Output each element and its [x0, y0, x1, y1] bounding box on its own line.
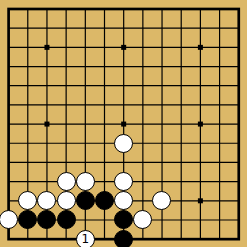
intersection-D11[interactable] [57, 38, 76, 57]
black-stone-G1[interactable] [114, 230, 133, 247]
intersection-L1[interactable] [191, 229, 210, 247]
intersection-J11[interactable] [152, 38, 171, 57]
intersection-J4[interactable] [152, 172, 171, 191]
intersection-F9[interactable] [95, 76, 114, 95]
intersection-N1[interactable] [229, 229, 247, 247]
intersection-K2[interactable] [172, 210, 191, 229]
intersection-K11[interactable] [172, 38, 191, 57]
intersection-G13[interactable] [114, 0, 133, 19]
intersection-N7[interactable] [229, 114, 247, 133]
intersection-F6[interactable] [95, 134, 114, 153]
intersection-M1[interactable] [210, 229, 229, 247]
black-stone-G2[interactable] [114, 210, 133, 229]
intersection-J8[interactable] [152, 95, 171, 114]
intersection-L10[interactable] [191, 57, 210, 76]
intersection-J3[interactable] [152, 191, 171, 210]
black-stone-B2[interactable] [18, 210, 37, 229]
intersection-A2[interactable] [0, 210, 18, 229]
intersection-B6[interactable] [18, 134, 37, 153]
intersection-G12[interactable] [114, 19, 133, 38]
intersection-K1[interactable] [172, 229, 191, 247]
intersection-D5[interactable] [57, 153, 76, 172]
intersection-K7[interactable] [172, 114, 191, 133]
intersection-E9[interactable] [76, 76, 95, 95]
intersection-B7[interactable] [18, 114, 37, 133]
intersection-N2[interactable] [229, 210, 247, 229]
white-stone-G4[interactable] [114, 172, 133, 191]
intersection-G11[interactable] [114, 38, 133, 57]
intersection-G10[interactable] [114, 57, 133, 76]
intersection-F7[interactable] [95, 114, 114, 133]
intersection-D1[interactable] [57, 229, 76, 247]
intersection-D13[interactable] [57, 0, 76, 19]
intersection-L9[interactable] [191, 76, 210, 95]
intersection-E10[interactable] [76, 57, 95, 76]
intersection-C10[interactable] [37, 57, 56, 76]
intersection-H13[interactable] [133, 0, 152, 19]
intersection-D9[interactable] [57, 76, 76, 95]
intersection-A11[interactable] [0, 38, 18, 57]
intersection-F10[interactable] [95, 57, 114, 76]
intersection-H8[interactable] [133, 95, 152, 114]
intersection-L8[interactable] [191, 95, 210, 114]
intersection-N5[interactable] [229, 153, 247, 172]
intersection-M13[interactable] [210, 0, 229, 19]
intersection-C6[interactable] [37, 134, 56, 153]
intersection-B3[interactable] [18, 191, 37, 210]
intersection-F5[interactable] [95, 153, 114, 172]
intersection-J13[interactable] [152, 0, 171, 19]
intersection-H10[interactable] [133, 57, 152, 76]
intersection-J7[interactable] [152, 114, 171, 133]
intersection-K3[interactable] [172, 191, 191, 210]
intersection-M7[interactable] [210, 114, 229, 133]
intersection-M6[interactable] [210, 134, 229, 153]
intersection-D10[interactable] [57, 57, 76, 76]
intersection-F1[interactable] [95, 229, 114, 247]
intersection-C11[interactable] [37, 38, 56, 57]
intersection-M3[interactable] [210, 191, 229, 210]
intersection-C9[interactable] [37, 76, 56, 95]
black-stone-E3[interactable] [76, 191, 95, 210]
intersection-G5[interactable] [114, 153, 133, 172]
intersection-K4[interactable] [172, 172, 191, 191]
intersection-L2[interactable] [191, 210, 210, 229]
intersection-L11[interactable] [191, 38, 210, 57]
intersection-H3[interactable] [133, 191, 152, 210]
intersection-J9[interactable] [152, 76, 171, 95]
intersection-J2[interactable] [152, 210, 171, 229]
intersection-D3[interactable] [57, 191, 76, 210]
intersection-J12[interactable] [152, 19, 171, 38]
intersection-C13[interactable] [37, 0, 56, 19]
intersection-N13[interactable] [229, 0, 247, 19]
intersection-D12[interactable] [57, 19, 76, 38]
intersection-M9[interactable] [210, 76, 229, 95]
intersection-A4[interactable] [0, 172, 18, 191]
intersection-J5[interactable] [152, 153, 171, 172]
move-number-label: 1 [81, 233, 89, 245]
intersection-B12[interactable] [18, 19, 37, 38]
intersection-C3[interactable] [37, 191, 56, 210]
intersection-J1[interactable] [152, 229, 171, 247]
black-stone-C2[interactable] [37, 210, 56, 229]
intersection-F2[interactable] [95, 210, 114, 229]
intersection-N6[interactable] [229, 134, 247, 153]
white-stone-J3[interactable] [152, 191, 171, 210]
intersection-M8[interactable] [210, 95, 229, 114]
intersection-A5[interactable] [0, 153, 18, 172]
intersection-G3[interactable] [114, 191, 133, 210]
go-diagram: 1 [0, 0, 247, 247]
intersection-K10[interactable] [172, 57, 191, 76]
intersection-E8[interactable] [76, 95, 95, 114]
intersection-G1[interactable] [114, 229, 133, 247]
intersection-E1[interactable]: 1 [76, 229, 95, 247]
intersection-F11[interactable] [95, 38, 114, 57]
intersection-E13[interactable] [76, 0, 95, 19]
intersection-L13[interactable] [191, 0, 210, 19]
intersection-C1[interactable] [37, 229, 56, 247]
intersection-C12[interactable] [37, 19, 56, 38]
intersection-N9[interactable] [229, 76, 247, 95]
intersection-F8[interactable] [95, 95, 114, 114]
go-board-grid: 1 [0, 0, 247, 247]
intersection-E5[interactable] [76, 153, 95, 172]
white-stone-move-1[interactable]: 1 [76, 230, 95, 247]
intersection-H1[interactable] [133, 229, 152, 247]
intersection-H5[interactable] [133, 153, 152, 172]
intersection-A9[interactable] [0, 76, 18, 95]
intersection-A7[interactable] [0, 114, 18, 133]
intersection-D6[interactable] [57, 134, 76, 153]
intersection-K8[interactable] [172, 95, 191, 114]
intersection-E3[interactable] [76, 191, 95, 210]
intersection-M5[interactable] [210, 153, 229, 172]
intersection-D2[interactable] [57, 210, 76, 229]
white-stone-D3[interactable] [57, 191, 76, 210]
intersection-C4[interactable] [37, 172, 56, 191]
intersection-M4[interactable] [210, 172, 229, 191]
intersection-B5[interactable] [18, 153, 37, 172]
intersection-F3[interactable] [95, 191, 114, 210]
intersection-M11[interactable] [210, 38, 229, 57]
intersection-N11[interactable] [229, 38, 247, 57]
white-stone-B3[interactable] [18, 191, 37, 210]
intersection-M2[interactable] [210, 210, 229, 229]
intersection-F13[interactable] [95, 0, 114, 19]
black-stone-D2[interactable] [57, 210, 76, 229]
intersection-H11[interactable] [133, 38, 152, 57]
intersection-A8[interactable] [0, 95, 18, 114]
intersection-B4[interactable] [18, 172, 37, 191]
intersection-A3[interactable] [0, 191, 18, 210]
black-stone-F3[interactable] [95, 191, 114, 210]
intersection-H12[interactable] [133, 19, 152, 38]
intersection-G9[interactable] [114, 76, 133, 95]
white-stone-C3[interactable] [37, 191, 56, 210]
intersection-F12[interactable] [95, 19, 114, 38]
intersection-E2[interactable] [76, 210, 95, 229]
intersection-D4[interactable] [57, 172, 76, 191]
intersection-N3[interactable] [229, 191, 247, 210]
white-stone-H2[interactable] [133, 210, 152, 229]
intersection-H9[interactable] [133, 76, 152, 95]
intersection-E12[interactable] [76, 19, 95, 38]
intersection-A6[interactable] [0, 134, 18, 153]
intersection-K6[interactable] [172, 134, 191, 153]
intersection-J10[interactable] [152, 57, 171, 76]
intersection-K5[interactable] [172, 153, 191, 172]
intersection-D7[interactable] [57, 114, 76, 133]
intersection-L12[interactable] [191, 19, 210, 38]
intersection-L5[interactable] [191, 153, 210, 172]
intersection-G8[interactable] [114, 95, 133, 114]
intersection-C7[interactable] [37, 114, 56, 133]
intersection-B10[interactable] [18, 57, 37, 76]
white-stone-E4[interactable] [76, 172, 95, 191]
intersection-D8[interactable] [57, 95, 76, 114]
intersection-C2[interactable] [37, 210, 56, 229]
intersection-B8[interactable] [18, 95, 37, 114]
intersection-K13[interactable] [172, 0, 191, 19]
white-stone-D4[interactable] [57, 172, 76, 191]
intersection-A13[interactable] [0, 0, 18, 19]
intersection-L3[interactable] [191, 191, 210, 210]
intersection-A10[interactable] [0, 57, 18, 76]
intersection-G6[interactable] [114, 134, 133, 153]
intersection-A12[interactable] [0, 19, 18, 38]
intersection-N4[interactable] [229, 172, 247, 191]
intersection-H6[interactable] [133, 134, 152, 153]
intersection-E6[interactable] [76, 134, 95, 153]
intersection-L4[interactable] [191, 172, 210, 191]
intersection-G4[interactable] [114, 172, 133, 191]
intersection-H4[interactable] [133, 172, 152, 191]
intersection-K12[interactable] [172, 19, 191, 38]
intersection-M10[interactable] [210, 57, 229, 76]
intersection-G2[interactable] [114, 210, 133, 229]
intersection-M12[interactable] [210, 19, 229, 38]
intersection-E4[interactable] [76, 172, 95, 191]
intersection-E11[interactable] [76, 38, 95, 57]
intersection-B11[interactable] [18, 38, 37, 57]
intersection-F4[interactable] [95, 172, 114, 191]
intersection-C5[interactable] [37, 153, 56, 172]
intersection-N8[interactable] [229, 95, 247, 114]
intersection-N10[interactable] [229, 57, 247, 76]
intersection-J6[interactable] [152, 134, 171, 153]
white-stone-G6[interactable] [114, 134, 133, 153]
white-stone-A2[interactable] [0, 210, 18, 229]
intersection-E7[interactable] [76, 114, 95, 133]
intersection-N12[interactable] [229, 19, 247, 38]
intersection-B13[interactable] [18, 0, 37, 19]
intersection-A1[interactable] [0, 229, 18, 247]
intersection-B1[interactable] [18, 229, 37, 247]
intersection-H2[interactable] [133, 210, 152, 229]
intersection-L7[interactable] [191, 114, 210, 133]
white-stone-G3[interactable] [114, 191, 133, 210]
intersection-G7[interactable] [114, 114, 133, 133]
intersection-B9[interactable] [18, 76, 37, 95]
intersection-K9[interactable] [172, 76, 191, 95]
intersection-B2[interactable] [18, 210, 37, 229]
intersection-H7[interactable] [133, 114, 152, 133]
intersection-L6[interactable] [191, 134, 210, 153]
intersection-C8[interactable] [37, 95, 56, 114]
